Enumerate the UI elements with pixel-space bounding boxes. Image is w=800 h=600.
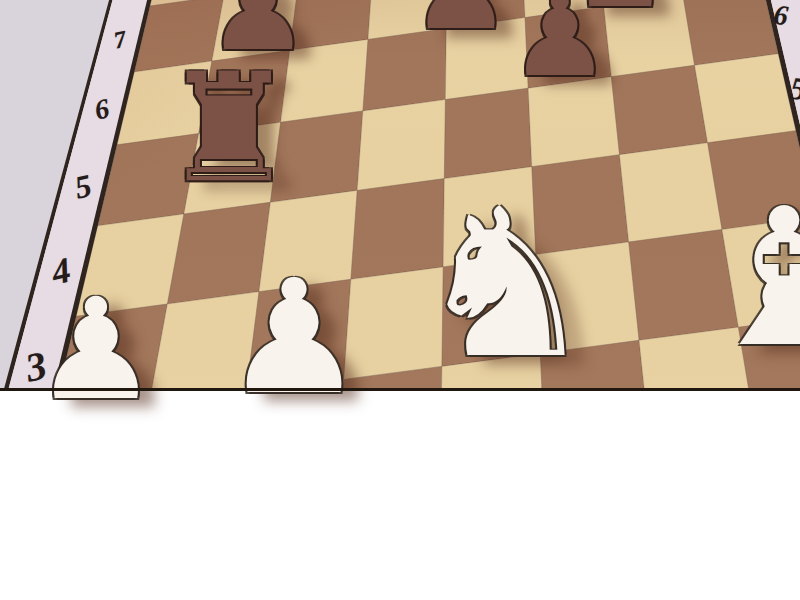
rank-label-right-5: 5 <box>788 71 800 104</box>
panel-bottom-border <box>0 388 800 391</box>
chessboard-scene: 7654365 <box>0 0 800 391</box>
panel-gutter <box>0 391 800 600</box>
chessboard <box>0 0 800 391</box>
comic-panel: 7654365 ♟♟♟♟♜♟♟♞♝ <box>0 0 800 600</box>
rank-label-right-6: 6 <box>772 1 789 30</box>
